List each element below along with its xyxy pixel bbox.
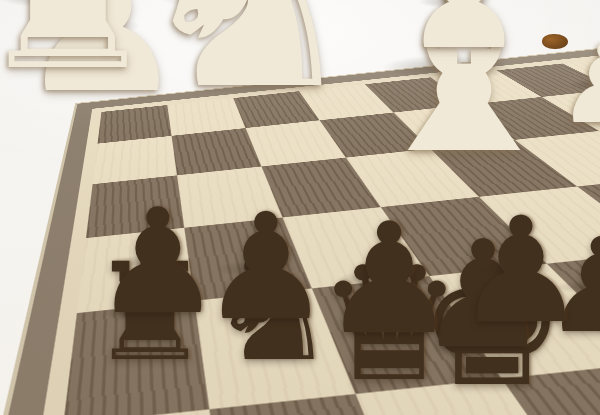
square-a5 bbox=[77, 228, 195, 313]
chess-photo-scene: ♜♟♞♟♛♟♚♟♟♟♟♜♞♝♟♟ bbox=[0, 0, 600, 415]
board-inner-margin bbox=[0, 53, 600, 415]
board-grid bbox=[0, 57, 600, 415]
wood-knob bbox=[542, 34, 568, 49]
chess-board bbox=[0, 45, 600, 415]
square-a4 bbox=[63, 301, 209, 415]
